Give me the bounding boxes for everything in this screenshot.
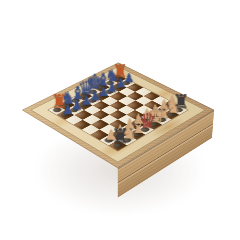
white-rook-a1[interactable]: ♜: [111, 126, 129, 146]
square-a1[interactable]: ♜: [109, 140, 128, 151]
black-pawn-a7[interactable]: ♟: [62, 103, 74, 116]
chess-set-product-photo: ♜♞♝♛♚♝♞♜♟♟♟♟♟♟♟♟♟♟♟♟♟♟♟♟♜♞♝♛♚♝♞♜: [0, 0, 240, 240]
square-d6[interactable]: [92, 101, 109, 110]
